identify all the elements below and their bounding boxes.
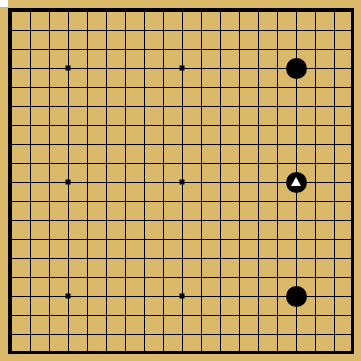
board-point[interactable] (230, 325, 249, 344)
board-point[interactable] (268, 21, 287, 40)
board-point[interactable] (306, 21, 325, 40)
board-point[interactable] (287, 135, 306, 154)
board-point[interactable] (21, 154, 40, 173)
board-point[interactable] (268, 78, 287, 97)
board-point[interactable] (59, 173, 78, 192)
board-point[interactable] (211, 135, 230, 154)
board-point[interactable] (306, 154, 325, 173)
board-point[interactable] (344, 192, 361, 211)
board-point[interactable] (287, 192, 306, 211)
board-point[interactable] (2, 249, 21, 268)
board-point[interactable] (173, 97, 192, 116)
board-point[interactable] (59, 344, 78, 361)
board-point[interactable] (59, 230, 78, 249)
board-point[interactable] (306, 268, 325, 287)
board-point[interactable] (211, 325, 230, 344)
board-point[interactable] (268, 287, 287, 306)
board-point[interactable] (154, 306, 173, 325)
board-point[interactable] (192, 2, 211, 21)
board-point[interactable] (173, 268, 192, 287)
board-point[interactable] (230, 78, 249, 97)
board-point[interactable] (78, 2, 97, 21)
board-point[interactable] (306, 344, 325, 361)
board-point[interactable] (154, 230, 173, 249)
board-point[interactable] (344, 78, 361, 97)
board-point[interactable] (192, 116, 211, 135)
board-point[interactable] (173, 78, 192, 97)
board-point[interactable] (21, 135, 40, 154)
board-point[interactable] (40, 192, 59, 211)
board-point[interactable] (173, 2, 192, 21)
board-point[interactable] (97, 249, 116, 268)
board-point[interactable] (116, 2, 135, 21)
board-point[interactable] (154, 192, 173, 211)
board-point[interactable] (21, 249, 40, 268)
board-point[interactable] (230, 135, 249, 154)
board-point[interactable] (325, 306, 344, 325)
board-point[interactable] (287, 249, 306, 268)
board-point[interactable] (306, 306, 325, 325)
board-point[interactable] (192, 325, 211, 344)
board-point[interactable] (249, 192, 268, 211)
board-point[interactable] (230, 287, 249, 306)
board-point[interactable] (78, 325, 97, 344)
board-point[interactable] (344, 40, 361, 59)
board-point[interactable] (173, 192, 192, 211)
board-point[interactable] (249, 173, 268, 192)
board-point[interactable] (325, 249, 344, 268)
board-point[interactable] (2, 325, 21, 344)
board-point[interactable] (59, 116, 78, 135)
board-point[interactable] (287, 173, 306, 192)
board-point[interactable] (249, 287, 268, 306)
board-point[interactable] (306, 2, 325, 21)
board-point[interactable] (211, 154, 230, 173)
board-point[interactable] (173, 154, 192, 173)
board-point[interactable] (268, 154, 287, 173)
board-point[interactable] (344, 21, 361, 40)
board-point[interactable] (78, 97, 97, 116)
board-point[interactable] (287, 287, 306, 306)
board-point[interactable] (173, 40, 192, 59)
board-point[interactable] (21, 40, 40, 59)
board-point[interactable] (230, 21, 249, 40)
board-point[interactable] (230, 268, 249, 287)
board-point[interactable] (230, 154, 249, 173)
board-point[interactable] (97, 59, 116, 78)
board-point[interactable] (325, 192, 344, 211)
board-point[interactable] (173, 135, 192, 154)
board-point[interactable] (306, 287, 325, 306)
board-point[interactable] (230, 2, 249, 21)
board-point[interactable] (97, 40, 116, 59)
board-point[interactable] (268, 306, 287, 325)
board-point[interactable] (249, 40, 268, 59)
board-point[interactable] (211, 306, 230, 325)
board-point[interactable] (192, 40, 211, 59)
board-point[interactable] (325, 2, 344, 21)
board-point[interactable] (116, 40, 135, 59)
board-point[interactable] (287, 230, 306, 249)
board-point[interactable] (59, 211, 78, 230)
board-point[interactable] (192, 154, 211, 173)
board-point[interactable] (2, 173, 21, 192)
board-point[interactable] (268, 2, 287, 21)
board-point[interactable] (154, 173, 173, 192)
board-point[interactable] (268, 230, 287, 249)
board-point[interactable] (78, 192, 97, 211)
board-point[interactable] (21, 268, 40, 287)
board-point[interactable] (116, 135, 135, 154)
board-point[interactable] (59, 325, 78, 344)
board-point[interactable] (97, 21, 116, 40)
board-point[interactable] (154, 2, 173, 21)
board-point[interactable] (97, 287, 116, 306)
board-point[interactable] (249, 135, 268, 154)
board-point[interactable] (306, 325, 325, 344)
board-point[interactable] (59, 287, 78, 306)
board-point[interactable] (135, 116, 154, 135)
board-point[interactable] (40, 78, 59, 97)
board-point[interactable] (2, 268, 21, 287)
board-point[interactable] (78, 154, 97, 173)
board-point[interactable] (268, 325, 287, 344)
board-point[interactable] (173, 230, 192, 249)
board-point[interactable] (40, 268, 59, 287)
board-point[interactable] (97, 211, 116, 230)
board-point[interactable] (2, 97, 21, 116)
board-point[interactable] (173, 59, 192, 78)
board-point[interactable] (116, 249, 135, 268)
board-point[interactable] (173, 116, 192, 135)
board-point[interactable] (249, 249, 268, 268)
board-point[interactable] (325, 230, 344, 249)
board-point[interactable] (116, 211, 135, 230)
board-point[interactable] (268, 135, 287, 154)
board-point[interactable] (287, 97, 306, 116)
board-point[interactable] (116, 116, 135, 135)
board-point[interactable] (59, 154, 78, 173)
board-point[interactable] (306, 116, 325, 135)
board-point[interactable] (40, 97, 59, 116)
board-point[interactable] (21, 344, 40, 361)
board-point[interactable] (287, 78, 306, 97)
board-point[interactable] (59, 40, 78, 59)
board-point[interactable] (230, 211, 249, 230)
board-point[interactable] (268, 211, 287, 230)
board-point[interactable] (268, 192, 287, 211)
board-point[interactable] (21, 230, 40, 249)
board-point[interactable] (192, 230, 211, 249)
board-point[interactable] (2, 211, 21, 230)
board-point[interactable] (230, 97, 249, 116)
board-point[interactable] (192, 268, 211, 287)
board-point[interactable] (230, 230, 249, 249)
board-point[interactable] (135, 173, 154, 192)
board-point[interactable] (344, 230, 361, 249)
board-point[interactable] (325, 59, 344, 78)
board-point[interactable] (40, 135, 59, 154)
board-point[interactable] (344, 154, 361, 173)
board-point[interactable] (306, 78, 325, 97)
board-point[interactable] (249, 325, 268, 344)
board-point[interactable] (154, 249, 173, 268)
board-point[interactable] (306, 192, 325, 211)
board-point[interactable] (59, 135, 78, 154)
board-point[interactable] (325, 78, 344, 97)
board-point[interactable] (78, 268, 97, 287)
board-point[interactable] (230, 40, 249, 59)
board-point[interactable] (249, 230, 268, 249)
board-point[interactable] (40, 154, 59, 173)
board-point[interactable] (325, 40, 344, 59)
board-point[interactable] (154, 154, 173, 173)
board-point[interactable] (97, 154, 116, 173)
board-point[interactable] (2, 40, 21, 59)
board-point[interactable] (135, 40, 154, 59)
board-point[interactable] (173, 325, 192, 344)
board-point[interactable] (344, 325, 361, 344)
board-point[interactable] (173, 173, 192, 192)
board-point[interactable] (2, 287, 21, 306)
board-point[interactable] (325, 116, 344, 135)
board-point[interactable] (192, 97, 211, 116)
board-point[interactable] (40, 40, 59, 59)
board-point[interactable] (116, 97, 135, 116)
board-point[interactable] (135, 287, 154, 306)
board-point[interactable] (59, 306, 78, 325)
board-point[interactable] (154, 211, 173, 230)
board-point[interactable] (116, 21, 135, 40)
board-point[interactable] (78, 116, 97, 135)
board-point[interactable] (59, 268, 78, 287)
board-point[interactable] (306, 135, 325, 154)
board-point[interactable] (249, 78, 268, 97)
board-point[interactable] (325, 325, 344, 344)
board-point[interactable] (135, 78, 154, 97)
board-point[interactable] (268, 59, 287, 78)
board-point[interactable] (287, 211, 306, 230)
board-point[interactable] (40, 344, 59, 361)
board-point[interactable] (21, 59, 40, 78)
go-board[interactable] (2, 2, 361, 361)
board-point[interactable] (344, 249, 361, 268)
board-point[interactable] (154, 268, 173, 287)
board-point[interactable] (211, 344, 230, 361)
board-point[interactable] (268, 249, 287, 268)
board-point[interactable] (344, 2, 361, 21)
board-point[interactable] (2, 21, 21, 40)
board-point[interactable] (211, 268, 230, 287)
board-point[interactable] (325, 344, 344, 361)
board-point[interactable] (249, 154, 268, 173)
board-point[interactable] (40, 59, 59, 78)
board-point[interactable] (154, 344, 173, 361)
board-point[interactable] (249, 211, 268, 230)
board-point[interactable] (192, 344, 211, 361)
board-point[interactable] (230, 59, 249, 78)
board-point[interactable] (135, 59, 154, 78)
board-point[interactable] (325, 211, 344, 230)
board-point[interactable] (154, 78, 173, 97)
board-point[interactable] (306, 173, 325, 192)
board-point[interactable] (116, 268, 135, 287)
board-point[interactable] (211, 78, 230, 97)
board-point[interactable] (287, 325, 306, 344)
board-point[interactable] (230, 173, 249, 192)
board-point[interactable] (211, 59, 230, 78)
board-point[interactable] (173, 287, 192, 306)
board-point[interactable] (21, 306, 40, 325)
board-point[interactable] (116, 78, 135, 97)
board-point[interactable] (135, 306, 154, 325)
board-point[interactable] (78, 21, 97, 40)
board-point[interactable] (97, 192, 116, 211)
board-point[interactable] (21, 97, 40, 116)
board-point[interactable] (344, 287, 361, 306)
board-point[interactable] (306, 211, 325, 230)
board-point[interactable] (192, 211, 211, 230)
board-point[interactable] (97, 2, 116, 21)
board-point[interactable] (78, 211, 97, 230)
board-point[interactable] (97, 135, 116, 154)
board-point[interactable] (249, 268, 268, 287)
board-point[interactable] (306, 59, 325, 78)
board-point[interactable] (268, 173, 287, 192)
board-point[interactable] (97, 78, 116, 97)
board-point[interactable] (287, 306, 306, 325)
board-point[interactable] (344, 59, 361, 78)
board-point[interactable] (287, 2, 306, 21)
board-point[interactable] (154, 21, 173, 40)
board-point[interactable] (192, 306, 211, 325)
board-point[interactable] (192, 192, 211, 211)
board-point[interactable] (78, 78, 97, 97)
board-point[interactable] (249, 59, 268, 78)
board-point[interactable] (192, 287, 211, 306)
board-point[interactable] (116, 230, 135, 249)
board-point[interactable] (211, 40, 230, 59)
board-point[interactable] (78, 344, 97, 361)
board-point[interactable] (116, 59, 135, 78)
board-point[interactable] (2, 192, 21, 211)
board-point[interactable] (40, 173, 59, 192)
board-point[interactable] (78, 230, 97, 249)
board-point[interactable] (211, 173, 230, 192)
board-point[interactable] (116, 344, 135, 361)
board-point[interactable] (21, 325, 40, 344)
board-point[interactable] (135, 135, 154, 154)
board-point[interactable] (230, 116, 249, 135)
board-point[interactable] (154, 135, 173, 154)
board-point[interactable] (325, 268, 344, 287)
board-point[interactable] (211, 2, 230, 21)
board-point[interactable] (287, 116, 306, 135)
board-point[interactable] (173, 249, 192, 268)
board-point[interactable] (135, 154, 154, 173)
board-point[interactable] (40, 287, 59, 306)
board-point[interactable] (97, 97, 116, 116)
board-point[interactable] (268, 97, 287, 116)
board-point[interactable] (325, 21, 344, 40)
board-point[interactable] (325, 287, 344, 306)
board-point[interactable] (21, 21, 40, 40)
board-point[interactable] (325, 173, 344, 192)
board-point[interactable] (211, 21, 230, 40)
board-point[interactable] (135, 21, 154, 40)
board-point[interactable] (97, 325, 116, 344)
board-point[interactable] (268, 40, 287, 59)
board-point[interactable] (192, 59, 211, 78)
board-point[interactable] (135, 325, 154, 344)
board-point[interactable] (97, 230, 116, 249)
board-point[interactable] (287, 40, 306, 59)
board-point[interactable] (116, 287, 135, 306)
board-point[interactable] (2, 78, 21, 97)
board-point[interactable] (135, 230, 154, 249)
board-point[interactable] (116, 173, 135, 192)
board-point[interactable] (40, 306, 59, 325)
board-point[interactable] (2, 306, 21, 325)
board-point[interactable] (192, 21, 211, 40)
board-point[interactable] (211, 192, 230, 211)
board-point[interactable] (135, 268, 154, 287)
board-point[interactable] (249, 306, 268, 325)
board-point[interactable] (78, 135, 97, 154)
board-point[interactable] (21, 78, 40, 97)
board-point[interactable] (249, 21, 268, 40)
board-point[interactable] (116, 325, 135, 344)
board-point[interactable] (306, 97, 325, 116)
board-point[interactable] (59, 59, 78, 78)
board-point[interactable] (40, 211, 59, 230)
board-point[interactable] (59, 249, 78, 268)
board-point[interactable] (116, 192, 135, 211)
board-point[interactable] (211, 211, 230, 230)
board-point[interactable] (211, 97, 230, 116)
board-point[interactable] (135, 192, 154, 211)
board-point[interactable] (59, 21, 78, 40)
board-point[interactable] (344, 97, 361, 116)
board-point[interactable] (230, 192, 249, 211)
board-point[interactable] (97, 344, 116, 361)
board-point[interactable] (40, 230, 59, 249)
board-point[interactable] (2, 344, 21, 361)
board-point[interactable] (268, 268, 287, 287)
board-point[interactable] (21, 192, 40, 211)
board-point[interactable] (268, 344, 287, 361)
board-point[interactable] (40, 116, 59, 135)
board-point[interactable] (154, 325, 173, 344)
board-point[interactable] (2, 59, 21, 78)
board-point[interactable] (40, 249, 59, 268)
board-point[interactable] (249, 2, 268, 21)
board-point[interactable] (211, 287, 230, 306)
board-point[interactable] (40, 325, 59, 344)
board-point[interactable] (173, 344, 192, 361)
board-point[interactable] (21, 2, 40, 21)
board-point[interactable] (21, 116, 40, 135)
board-point[interactable] (287, 344, 306, 361)
board-point[interactable] (306, 230, 325, 249)
board-point[interactable] (211, 249, 230, 268)
board-point[interactable] (59, 2, 78, 21)
board-point[interactable] (40, 2, 59, 21)
board-point[interactable] (325, 154, 344, 173)
board-point[interactable] (135, 2, 154, 21)
board-point[interactable] (287, 154, 306, 173)
board-point[interactable] (192, 135, 211, 154)
